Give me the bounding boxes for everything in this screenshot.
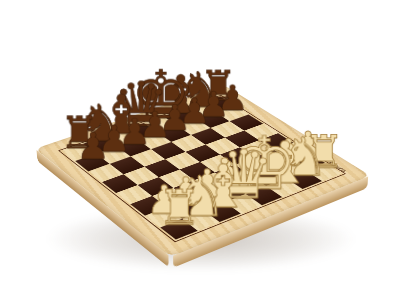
board-playing-area: ♜♞♝♛♚♝♞♜♟♟♟♟♟♟♟♟♟♟♟♟♟♟♟♟♜♞♝♛♚♝♞♜ bbox=[58, 95, 346, 242]
board-grid: ♜♞♝♛♚♝♞♜♟♟♟♟♟♟♟♟♟♟♟♟♟♟♟♟♜♞♝♛♚♝♞♜ bbox=[62, 97, 341, 240]
piece-white-rook[interactable]: ♜ bbox=[144, 188, 213, 229]
product-photo: cayro ♜♞♝♛♚♝♞♜♟♟♟♟♟♟♟♟♟♟♟♟♟♟♟♟♜♞♝♛♚♝♞♜ bbox=[0, 0, 400, 300]
piece-black-pawn[interactable]: ♟ bbox=[60, 131, 124, 162]
square-a1[interactable]: ♜ bbox=[160, 219, 198, 240]
square-a7[interactable]: ♟ bbox=[75, 154, 110, 172]
scene: cayro ♜♞♝♛♚♝♞♜♟♟♟♟♟♟♟♟♟♟♟♟♟♟♟♟♜♞♝♛♚♝♞♜ bbox=[0, 0, 400, 300]
chess-board: cayro ♜♞♝♛♚♝♞♜♟♟♟♟♟♟♟♟♟♟♟♟♟♟♟♟♜♞♝♛♚♝♞♜ bbox=[35, 85, 370, 257]
